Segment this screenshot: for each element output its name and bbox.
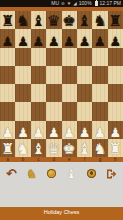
square-g6[interactable] bbox=[92, 48, 107, 66]
square-a7[interactable]: ♟ bbox=[0, 29, 15, 47]
piece-black-king: ♚ bbox=[62, 14, 75, 29]
square-e4[interactable] bbox=[62, 84, 77, 102]
battery-icon bbox=[95, 1, 98, 6]
piece-black-knight: ♞ bbox=[93, 14, 106, 29]
square-f6[interactable] bbox=[77, 48, 92, 66]
piece-white-king: ♚ bbox=[62, 142, 75, 157]
square-d5[interactable] bbox=[46, 66, 61, 84]
piece-black-rook: ♜ bbox=[1, 14, 14, 29]
square-a3[interactable] bbox=[0, 102, 15, 120]
square-f5[interactable] bbox=[77, 66, 92, 84]
square-h8[interactable]: ♜ bbox=[108, 11, 123, 29]
piece-black-pawn: ♟ bbox=[2, 35, 14, 48]
square-e7[interactable]: ♟ bbox=[62, 29, 77, 47]
piece-black-pawn: ♟ bbox=[17, 35, 29, 48]
square-c2[interactable]: ♟ bbox=[31, 121, 46, 139]
square-e3[interactable] bbox=[62, 102, 77, 120]
square-g7[interactable]: ♟ bbox=[92, 29, 107, 47]
lower-panel: ↶ ♞ ♝ bbox=[0, 162, 123, 207]
square-g5[interactable] bbox=[92, 66, 107, 84]
exit-door-icon bbox=[106, 169, 117, 179]
square-g1[interactable]: ♞ bbox=[92, 139, 107, 157]
square-d8[interactable]: ♛ bbox=[46, 11, 61, 29]
gold-knight-button[interactable]: ♞ bbox=[24, 166, 39, 182]
square-b8[interactable]: ♞ bbox=[15, 11, 30, 29]
piece-white-pawn: ♟ bbox=[48, 126, 60, 139]
piece-white-pawn: ♟ bbox=[63, 126, 75, 139]
square-h7[interactable]: ♟ bbox=[108, 29, 123, 47]
undo-button[interactable]: ↶ bbox=[4, 166, 19, 182]
undo-arrow-icon: ↶ bbox=[6, 167, 17, 180]
gold-knight-icon: ♞ bbox=[26, 168, 37, 180]
piece-black-pawn: ♟ bbox=[94, 35, 106, 48]
square-g3[interactable] bbox=[92, 102, 107, 120]
square-b3[interactable] bbox=[15, 102, 30, 120]
piece-white-pawn: ♟ bbox=[79, 126, 91, 139]
piece-white-pawn: ♟ bbox=[17, 126, 29, 139]
square-d4[interactable] bbox=[46, 84, 61, 102]
square-c1[interactable]: ♝ bbox=[31, 139, 46, 157]
square-d3[interactable] bbox=[46, 102, 61, 120]
signal-icon: ◢ bbox=[73, 0, 76, 7]
white-piece-button[interactable]: ♝ bbox=[64, 166, 79, 182]
square-f2[interactable]: ♟ bbox=[77, 121, 92, 139]
piece-white-bishop: ♝ bbox=[32, 142, 45, 157]
square-h5[interactable] bbox=[108, 66, 123, 84]
square-b1[interactable]: ♞ bbox=[15, 139, 30, 157]
square-b7[interactable]: ♟ bbox=[15, 29, 30, 47]
piece-white-knight: ♞ bbox=[16, 142, 29, 157]
square-f4[interactable] bbox=[77, 84, 92, 102]
wifi-icon: ▼ bbox=[67, 0, 71, 7]
piece-black-pawn: ♟ bbox=[63, 35, 75, 48]
square-g8[interactable]: ♞ bbox=[92, 11, 107, 29]
square-d7[interactable]: ♟ bbox=[46, 29, 61, 47]
square-e6[interactable] bbox=[62, 48, 77, 66]
square-d2[interactable]: ♟ bbox=[46, 121, 61, 139]
square-e1[interactable]: ♚ bbox=[62, 139, 77, 157]
piece-white-pawn: ♟ bbox=[109, 126, 121, 139]
status-bar: MU ⊘ ▼ ◢ 100% 12:17 PM bbox=[0, 0, 123, 7]
piece-black-bishop: ♝ bbox=[78, 14, 91, 29]
square-c5[interactable] bbox=[31, 66, 46, 84]
gold-coin-button[interactable] bbox=[44, 166, 59, 182]
square-a8[interactable]: ♜ bbox=[0, 11, 15, 29]
piece-black-pawn: ♟ bbox=[109, 35, 121, 48]
app-title-bar: Holiday Chess bbox=[0, 207, 123, 220]
piece-white-rook: ♜ bbox=[1, 142, 14, 157]
square-a5[interactable] bbox=[0, 66, 15, 84]
toolbar: ↶ ♞ ♝ bbox=[0, 162, 123, 185]
piece-white-pawn: ♟ bbox=[33, 126, 45, 139]
square-e5[interactable] bbox=[62, 66, 77, 84]
battery-percent-label: 100% bbox=[79, 0, 92, 7]
square-d6[interactable] bbox=[46, 48, 61, 66]
piece-black-queen: ♛ bbox=[47, 14, 60, 29]
gold-medal-icon bbox=[87, 169, 96, 178]
square-a4[interactable] bbox=[0, 84, 15, 102]
square-h2[interactable]: ♟ bbox=[108, 121, 123, 139]
square-f3[interactable] bbox=[77, 102, 92, 120]
white-bishop-icon: ♝ bbox=[66, 168, 77, 180]
square-b6[interactable] bbox=[15, 48, 30, 66]
square-d1[interactable]: ♛ bbox=[46, 139, 61, 157]
square-a2[interactable]: ♟ bbox=[0, 121, 15, 139]
square-h1[interactable]: ♜ bbox=[108, 139, 123, 157]
piece-black-knight: ♞ bbox=[16, 14, 29, 29]
square-g2[interactable]: ♟ bbox=[92, 121, 107, 139]
square-f7[interactable]: ♟ bbox=[77, 29, 92, 47]
piece-black-pawn: ♟ bbox=[48, 35, 60, 48]
gold-coin-icon bbox=[47, 169, 56, 178]
piece-white-bishop: ♝ bbox=[78, 142, 91, 157]
carrier-label: MU bbox=[51, 0, 59, 7]
square-a6[interactable] bbox=[0, 48, 15, 66]
square-h4[interactable] bbox=[108, 84, 123, 102]
square-e2[interactable]: ♟ bbox=[62, 121, 77, 139]
piece-black-rook: ♜ bbox=[109, 14, 122, 29]
no-sim-icon: ⊘ bbox=[61, 0, 65, 7]
piece-white-pawn: ♟ bbox=[2, 126, 14, 139]
square-b2[interactable]: ♟ bbox=[15, 121, 30, 139]
square-h6[interactable] bbox=[108, 48, 123, 66]
square-f8[interactable]: ♝ bbox=[77, 11, 92, 29]
square-c8[interactable]: ♝ bbox=[31, 11, 46, 29]
square-e8[interactable]: ♚ bbox=[62, 11, 77, 29]
phone-screen: MU ⊘ ▼ ◢ 100% 12:17 PM ♜♞♝♛♚♝♞♜♟♟♟♟♟♟♟♟♟… bbox=[0, 0, 123, 220]
piece-black-pawn: ♟ bbox=[33, 35, 45, 48]
square-c3[interactable] bbox=[31, 102, 46, 120]
square-c7[interactable]: ♟ bbox=[31, 29, 46, 47]
chess-board[interactable]: ♜♞♝♛♚♝♞♜♟♟♟♟♟♟♟♟♟♟♟♟♟♟♟♟♜♞♝♛♚♝♞♜ bbox=[0, 11, 123, 157]
piece-white-knight: ♞ bbox=[93, 142, 106, 157]
gold-medal-button[interactable] bbox=[84, 166, 99, 182]
app-title: Holiday Chess bbox=[44, 209, 79, 215]
square-h3[interactable] bbox=[108, 102, 123, 120]
square-c6[interactable] bbox=[31, 48, 46, 66]
square-b4[interactable] bbox=[15, 84, 30, 102]
square-b5[interactable] bbox=[15, 66, 30, 84]
piece-white-pawn: ♟ bbox=[94, 126, 106, 139]
piece-white-rook: ♜ bbox=[109, 142, 122, 157]
piece-black-bishop: ♝ bbox=[32, 14, 45, 29]
piece-black-pawn: ♟ bbox=[79, 35, 91, 48]
square-f1[interactable]: ♝ bbox=[77, 139, 92, 157]
square-c4[interactable] bbox=[31, 84, 46, 102]
square-a1[interactable]: ♜ bbox=[0, 139, 15, 157]
piece-white-queen: ♛ bbox=[47, 142, 60, 157]
exit-button[interactable] bbox=[104, 166, 119, 182]
clock-label: 12:17 PM bbox=[100, 0, 121, 7]
square-g4[interactable] bbox=[92, 84, 107, 102]
